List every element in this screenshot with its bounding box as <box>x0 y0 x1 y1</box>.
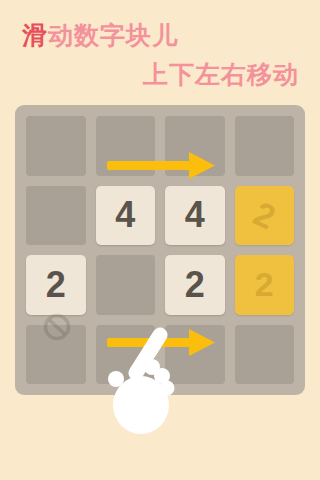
title-emphasis-char: 滑 <box>22 21 48 49</box>
tile-value: 2 <box>185 264 205 306</box>
tile-4-r2c3: 4 <box>165 186 225 246</box>
title-line-1-rest: 动数字块儿 <box>48 21 178 49</box>
swipe-right-arrow-icon <box>105 150 215 180</box>
cell-r2c1 <box>26 186 86 246</box>
pointing-hand-icon <box>103 326 178 436</box>
title-line-2: 上下左右移动 <box>143 58 299 91</box>
faint-tile-value: 2 <box>255 265 274 304</box>
tile-2-r2c4: 2 <box>235 186 295 246</box>
tile-value: 4 <box>185 194 205 236</box>
tile-4-r2c2: 4 <box>96 186 156 246</box>
faint-tile-value: 2 <box>247 194 281 237</box>
tile-value: 4 <box>115 194 135 236</box>
no-entry-icon <box>42 312 72 342</box>
tutorial-screen: 滑动数字块儿 上下左右移动 442222 <box>0 0 320 480</box>
title-line-1: 滑动数字块儿 <box>22 19 178 52</box>
cell-r3c2 <box>96 255 156 315</box>
cell-r1c4 <box>235 116 295 176</box>
tile-2-r3c1: 2 <box>26 255 86 315</box>
cell-r1c1 <box>26 116 86 176</box>
tile-2-r3c4: 2 <box>235 255 295 315</box>
tile-2-r3c3: 2 <box>165 255 225 315</box>
cell-r4c4 <box>235 325 295 385</box>
tile-value: 2 <box>46 264 66 306</box>
